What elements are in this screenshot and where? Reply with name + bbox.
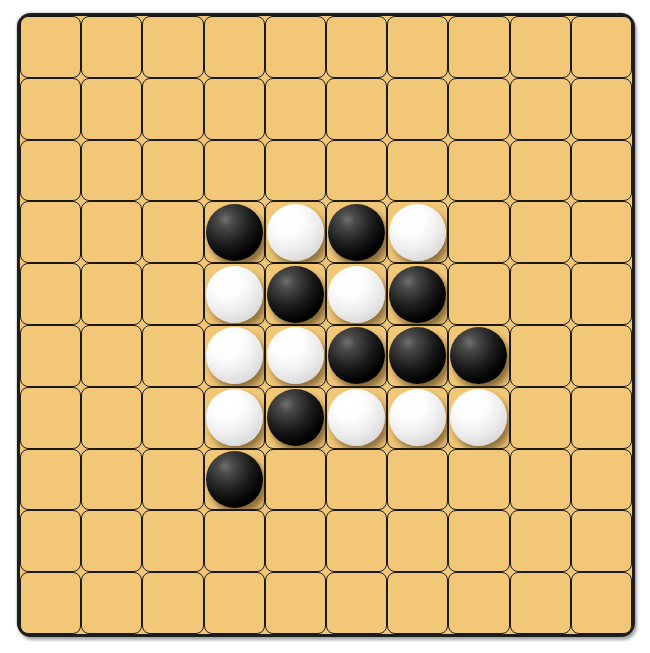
cell-r2c9[interactable] bbox=[510, 78, 571, 140]
cell-r7c4[interactable] bbox=[204, 387, 265, 449]
cell-r2c7[interactable] bbox=[387, 78, 448, 140]
cell-r4c3[interactable] bbox=[142, 201, 203, 263]
cell-r3c3[interactable] bbox=[142, 140, 203, 202]
cell-r6c9[interactable] bbox=[510, 325, 571, 387]
cell-r5c10[interactable] bbox=[571, 263, 632, 325]
cell-r6c7[interactable] bbox=[387, 325, 448, 387]
white-disc bbox=[328, 389, 385, 446]
cell-r1c5[interactable] bbox=[265, 16, 326, 78]
cell-r9c3[interactable] bbox=[142, 510, 203, 572]
cell-r6c6[interactable] bbox=[326, 325, 387, 387]
black-disc bbox=[328, 327, 385, 384]
cell-r9c8[interactable] bbox=[448, 510, 509, 572]
cell-r2c4[interactable] bbox=[204, 78, 265, 140]
cell-r6c3[interactable] bbox=[142, 325, 203, 387]
cell-r4c10[interactable] bbox=[571, 201, 632, 263]
cell-r3c2[interactable] bbox=[81, 140, 142, 202]
cell-r4c4[interactable] bbox=[204, 201, 265, 263]
cell-r10c10[interactable] bbox=[571, 572, 632, 634]
cell-r6c1[interactable] bbox=[20, 325, 81, 387]
cell-r3c5[interactable] bbox=[265, 140, 326, 202]
cell-r2c8[interactable] bbox=[448, 78, 509, 140]
cell-r10c8[interactable] bbox=[448, 572, 509, 634]
white-disc bbox=[206, 389, 263, 446]
cell-r7c10[interactable] bbox=[571, 387, 632, 449]
cell-r7c8[interactable] bbox=[448, 387, 509, 449]
cell-r10c1[interactable] bbox=[20, 572, 81, 634]
white-disc bbox=[206, 266, 263, 323]
cell-r1c3[interactable] bbox=[142, 16, 203, 78]
cell-r5c1[interactable] bbox=[20, 263, 81, 325]
cell-r1c10[interactable] bbox=[571, 16, 632, 78]
cell-r8c5[interactable] bbox=[265, 449, 326, 511]
cell-r7c9[interactable] bbox=[510, 387, 571, 449]
black-disc bbox=[206, 451, 263, 508]
cell-r6c8[interactable] bbox=[448, 325, 509, 387]
cell-r9c1[interactable] bbox=[20, 510, 81, 572]
cell-r4c8[interactable] bbox=[448, 201, 509, 263]
cell-r9c10[interactable] bbox=[571, 510, 632, 572]
cell-r8c3[interactable] bbox=[142, 449, 203, 511]
cell-r8c2[interactable] bbox=[81, 449, 142, 511]
cell-r6c10[interactable] bbox=[571, 325, 632, 387]
white-disc bbox=[328, 266, 385, 323]
cell-r10c7[interactable] bbox=[387, 572, 448, 634]
cell-r6c5[interactable] bbox=[265, 325, 326, 387]
cell-r8c1[interactable] bbox=[20, 449, 81, 511]
cell-r5c6[interactable] bbox=[326, 263, 387, 325]
cell-r5c4[interactable] bbox=[204, 263, 265, 325]
cell-r3c7[interactable] bbox=[387, 140, 448, 202]
cell-r3c6[interactable] bbox=[326, 140, 387, 202]
game-board bbox=[17, 13, 635, 637]
cell-r2c6[interactable] bbox=[326, 78, 387, 140]
white-disc bbox=[389, 389, 446, 446]
cell-r4c5[interactable] bbox=[265, 201, 326, 263]
cell-r6c2[interactable] bbox=[81, 325, 142, 387]
cell-r5c3[interactable] bbox=[142, 263, 203, 325]
cell-r4c9[interactable] bbox=[510, 201, 571, 263]
cell-r8c10[interactable] bbox=[571, 449, 632, 511]
cell-r9c7[interactable] bbox=[387, 510, 448, 572]
cell-r10c2[interactable] bbox=[81, 572, 142, 634]
cell-r10c6[interactable] bbox=[326, 572, 387, 634]
black-disc bbox=[267, 389, 324, 446]
cell-r10c5[interactable] bbox=[265, 572, 326, 634]
cell-r4c2[interactable] bbox=[81, 201, 142, 263]
cell-r1c1[interactable] bbox=[20, 16, 81, 78]
cell-r5c8[interactable] bbox=[448, 263, 509, 325]
cell-r8c7[interactable] bbox=[387, 449, 448, 511]
white-disc bbox=[450, 389, 507, 446]
black-disc bbox=[206, 204, 263, 261]
cell-r3c4[interactable] bbox=[204, 140, 265, 202]
black-disc bbox=[328, 204, 385, 261]
cell-r9c5[interactable] bbox=[265, 510, 326, 572]
cell-r3c9[interactable] bbox=[510, 140, 571, 202]
cell-r6c4[interactable] bbox=[204, 325, 265, 387]
black-disc bbox=[389, 327, 446, 384]
cell-r1c7[interactable] bbox=[387, 16, 448, 78]
cell-r10c3[interactable] bbox=[142, 572, 203, 634]
cell-r7c6[interactable] bbox=[326, 387, 387, 449]
cell-r2c3[interactable] bbox=[142, 78, 203, 140]
cell-r3c1[interactable] bbox=[20, 140, 81, 202]
cell-r9c4[interactable] bbox=[204, 510, 265, 572]
cell-r7c3[interactable] bbox=[142, 387, 203, 449]
black-disc bbox=[389, 266, 446, 323]
cell-r9c2[interactable] bbox=[81, 510, 142, 572]
cell-r2c1[interactable] bbox=[20, 78, 81, 140]
cell-r1c9[interactable] bbox=[510, 16, 571, 78]
cell-r3c8[interactable] bbox=[448, 140, 509, 202]
cell-r1c4[interactable] bbox=[204, 16, 265, 78]
cell-r4c7[interactable] bbox=[387, 201, 448, 263]
black-disc bbox=[267, 266, 324, 323]
cell-r3c10[interactable] bbox=[571, 140, 632, 202]
cell-r7c1[interactable] bbox=[20, 387, 81, 449]
cell-r1c6[interactable] bbox=[326, 16, 387, 78]
cell-r5c7[interactable] bbox=[387, 263, 448, 325]
white-disc bbox=[206, 327, 263, 384]
cell-r4c1[interactable] bbox=[20, 201, 81, 263]
cell-r10c4[interactable] bbox=[204, 572, 265, 634]
cell-r2c2[interactable] bbox=[81, 78, 142, 140]
white-disc bbox=[267, 327, 324, 384]
page-background: { "game": "reversi-style two-player boar… bbox=[0, 0, 650, 653]
cell-r10c9[interactable] bbox=[510, 572, 571, 634]
cell-r5c5[interactable] bbox=[265, 263, 326, 325]
cell-r8c9[interactable] bbox=[510, 449, 571, 511]
cell-r7c5[interactable] bbox=[265, 387, 326, 449]
cell-r8c6[interactable] bbox=[326, 449, 387, 511]
cell-r2c5[interactable] bbox=[265, 78, 326, 140]
cell-r5c2[interactable] bbox=[81, 263, 142, 325]
white-disc bbox=[267, 204, 324, 261]
cell-r8c4[interactable] bbox=[204, 449, 265, 511]
cell-r7c7[interactable] bbox=[387, 387, 448, 449]
cell-r1c2[interactable] bbox=[81, 16, 142, 78]
cell-r8c8[interactable] bbox=[448, 449, 509, 511]
black-disc bbox=[450, 327, 507, 384]
white-disc bbox=[389, 204, 446, 261]
cell-r7c2[interactable] bbox=[81, 387, 142, 449]
cell-r2c10[interactable] bbox=[571, 78, 632, 140]
cell-r9c6[interactable] bbox=[326, 510, 387, 572]
cell-r4c6[interactable] bbox=[326, 201, 387, 263]
cell-r1c8[interactable] bbox=[448, 16, 509, 78]
cell-r9c9[interactable] bbox=[510, 510, 571, 572]
cell-r5c9[interactable] bbox=[510, 263, 571, 325]
